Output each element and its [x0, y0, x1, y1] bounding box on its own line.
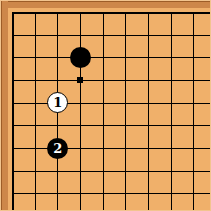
stone-black-move-2: 2: [47, 138, 68, 159]
star-point-marker: [77, 77, 83, 83]
go-board-diagram: 12: [0, 0, 211, 211]
stone-white-move-1: 1: [47, 92, 68, 113]
board-grid: 12: [1, 1, 205, 205]
stone-black-d17: [70, 47, 91, 68]
